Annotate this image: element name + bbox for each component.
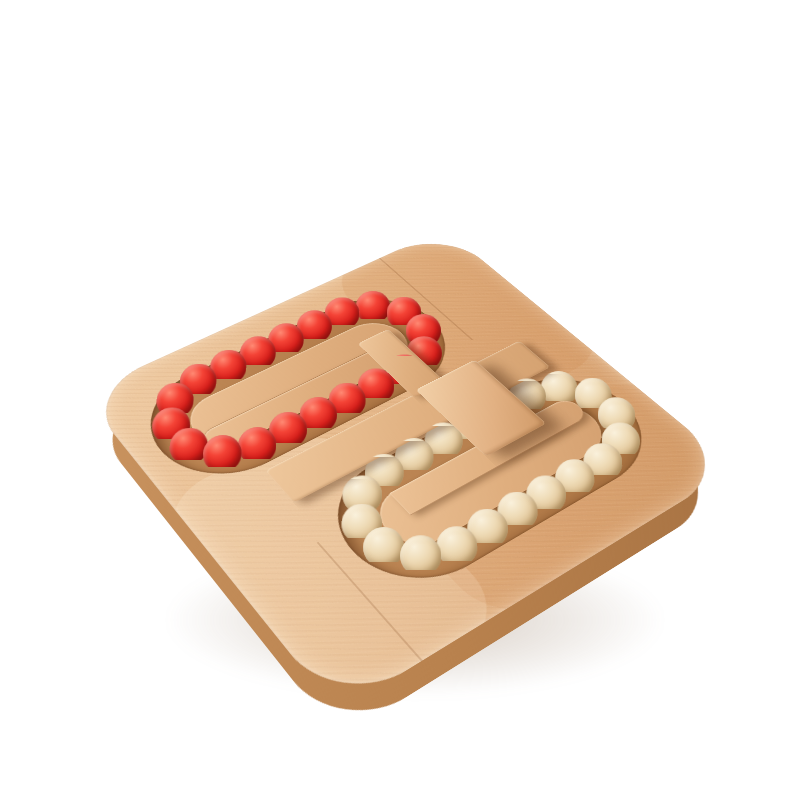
natural-bead[interactable] (400, 536, 442, 577)
red-bead[interactable] (202, 435, 242, 472)
red-bead[interactable] (237, 427, 277, 464)
natural-bead[interactable] (436, 526, 478, 567)
natural-bead[interactable] (363, 527, 404, 568)
product-photo-scene (0, 0, 800, 800)
